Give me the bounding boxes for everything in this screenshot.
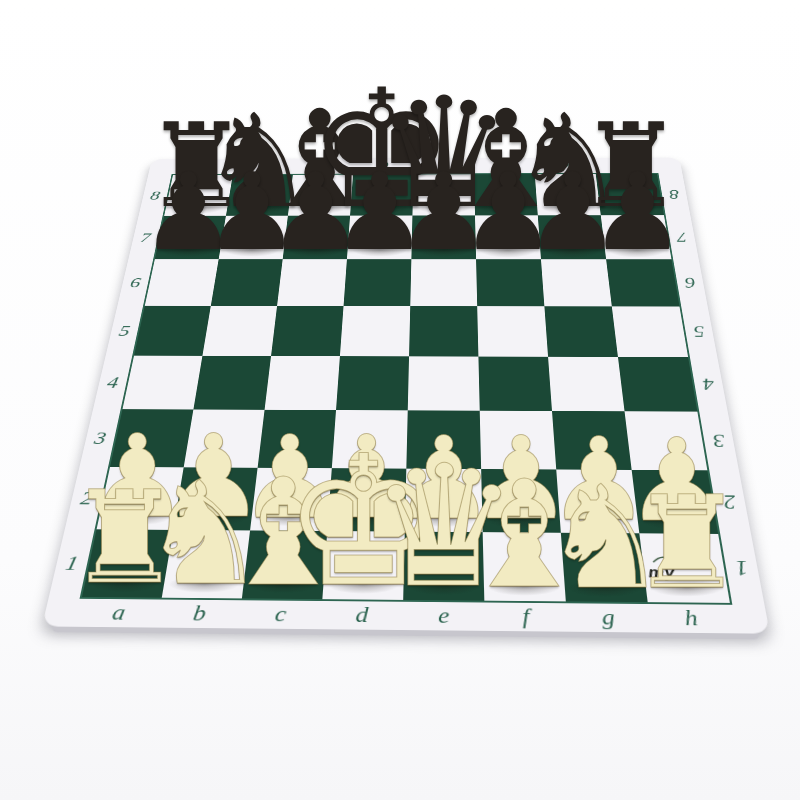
rank-label-right-4: 4 xyxy=(701,375,715,392)
piece-white-rook-h1[interactable]: ♜ xyxy=(629,480,744,608)
square-g4[interactable] xyxy=(548,357,624,412)
square-a5[interactable] xyxy=(134,306,211,356)
square-b4[interactable] xyxy=(193,356,271,410)
rank-label-right-6: 6 xyxy=(684,275,697,290)
square-d4[interactable] xyxy=(336,356,409,410)
square-b5[interactable] xyxy=(202,306,277,356)
square-e5[interactable] xyxy=(409,306,478,356)
rank-label-left-6: 6 xyxy=(129,275,142,289)
square-f5[interactable] xyxy=(477,306,548,357)
square-c4[interactable] xyxy=(265,356,340,410)
square-d5[interactable] xyxy=(340,306,410,356)
square-h5[interactable] xyxy=(612,306,688,357)
photo-scene: aabbccddeeffgghh1122334455667788 my ♜♞♝♚… xyxy=(0,0,800,800)
square-a4[interactable] xyxy=(122,356,202,410)
square-h4[interactable] xyxy=(618,357,697,412)
square-c5[interactable] xyxy=(271,306,343,356)
rank-label-left-4: 4 xyxy=(106,374,121,391)
square-f4[interactable] xyxy=(478,357,552,411)
rank-label-right-5: 5 xyxy=(692,324,706,340)
square-g5[interactable] xyxy=(544,306,618,357)
piece-black-pawn-h7[interactable]: ♟ xyxy=(590,159,686,266)
square-e4[interactable] xyxy=(408,356,480,410)
rank-label-left-5: 5 xyxy=(118,322,132,338)
